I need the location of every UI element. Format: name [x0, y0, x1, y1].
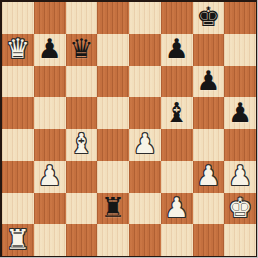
square-b4[interactable] [34, 129, 66, 161]
square-f5[interactable]: ♝ [161, 97, 193, 129]
square-e6[interactable] [129, 66, 161, 98]
square-d7[interactable] [97, 34, 129, 66]
white-pawn-piece[interactable]: ♟ [196, 162, 220, 189]
square-b2[interactable] [34, 193, 66, 225]
square-d3[interactable] [97, 161, 129, 193]
square-f3[interactable] [161, 161, 193, 193]
square-d5[interactable] [97, 97, 129, 129]
square-b6[interactable] [34, 66, 66, 98]
square-e5[interactable] [129, 97, 161, 129]
square-a5[interactable] [2, 97, 34, 129]
square-e7[interactable] [129, 34, 161, 66]
square-e4[interactable]: ♟ [129, 129, 161, 161]
square-a7[interactable]: ♛ [2, 34, 34, 66]
square-d1[interactable] [97, 224, 129, 256]
square-g4[interactable] [193, 129, 225, 161]
square-h5[interactable]: ♟ [224, 97, 256, 129]
white-bishop-piece[interactable]: ♝ [69, 130, 93, 157]
square-g7[interactable] [193, 34, 225, 66]
square-h8[interactable] [224, 2, 256, 34]
square-h1[interactable] [224, 224, 256, 256]
black-pawn-piece[interactable]: ♟ [165, 35, 189, 62]
chess-board: ♚♛♟♛♟♟♝♟♝♟♟♟♟♜♟♚♜ [2, 2, 256, 256]
square-f8[interactable] [161, 2, 193, 34]
square-g3[interactable]: ♟ [193, 161, 225, 193]
black-bishop-piece[interactable]: ♝ [165, 99, 189, 126]
square-h4[interactable] [224, 129, 256, 161]
square-f6[interactable] [161, 66, 193, 98]
square-g2[interactable] [193, 193, 225, 225]
square-f7[interactable]: ♟ [161, 34, 193, 66]
white-pawn-piece[interactable]: ♟ [133, 130, 157, 157]
square-a4[interactable] [2, 129, 34, 161]
square-f1[interactable] [161, 224, 193, 256]
square-f4[interactable] [161, 129, 193, 161]
black-king-piece[interactable]: ♚ [196, 3, 220, 30]
square-g5[interactable] [193, 97, 225, 129]
square-g8[interactable]: ♚ [193, 2, 225, 34]
square-c8[interactable] [66, 2, 98, 34]
square-d8[interactable] [97, 2, 129, 34]
white-rook-piece[interactable]: ♜ [6, 226, 30, 253]
white-king-piece[interactable]: ♚ [228, 194, 252, 221]
square-d4[interactable] [97, 129, 129, 161]
square-g6[interactable]: ♟ [193, 66, 225, 98]
square-a6[interactable] [2, 66, 34, 98]
square-c1[interactable] [66, 224, 98, 256]
square-e8[interactable] [129, 2, 161, 34]
square-e3[interactable] [129, 161, 161, 193]
chess-board-frame: ♚♛♟♛♟♟♝♟♝♟♟♟♟♜♟♚♜ [0, 0, 258, 258]
white-pawn-piece[interactable]: ♟ [228, 162, 252, 189]
square-h6[interactable] [224, 66, 256, 98]
white-queen-piece[interactable]: ♛ [6, 35, 30, 62]
square-f2[interactable]: ♟ [161, 193, 193, 225]
black-pawn-piece[interactable]: ♟ [38, 35, 62, 62]
square-c7[interactable]: ♛ [66, 34, 98, 66]
square-e2[interactable] [129, 193, 161, 225]
square-c3[interactable] [66, 161, 98, 193]
square-c5[interactable] [66, 97, 98, 129]
square-c2[interactable] [66, 193, 98, 225]
square-c6[interactable] [66, 66, 98, 98]
square-b5[interactable] [34, 97, 66, 129]
black-queen-piece[interactable]: ♛ [69, 35, 93, 62]
square-h7[interactable] [224, 34, 256, 66]
square-b1[interactable] [34, 224, 66, 256]
square-b7[interactable]: ♟ [34, 34, 66, 66]
square-d2[interactable]: ♜ [97, 193, 129, 225]
square-e1[interactable] [129, 224, 161, 256]
square-g1[interactable] [193, 224, 225, 256]
black-rook-piece[interactable]: ♜ [101, 194, 125, 221]
square-a3[interactable] [2, 161, 34, 193]
white-pawn-piece[interactable]: ♟ [38, 162, 62, 189]
black-pawn-piece[interactable]: ♟ [196, 67, 220, 94]
black-pawn-piece[interactable]: ♟ [228, 99, 252, 126]
white-pawn-piece[interactable]: ♟ [165, 194, 189, 221]
square-h3[interactable]: ♟ [224, 161, 256, 193]
square-b3[interactable]: ♟ [34, 161, 66, 193]
square-d6[interactable] [97, 66, 129, 98]
square-h2[interactable]: ♚ [224, 193, 256, 225]
square-a8[interactable] [2, 2, 34, 34]
square-a2[interactable] [2, 193, 34, 225]
square-b8[interactable] [34, 2, 66, 34]
square-a1[interactable]: ♜ [2, 224, 34, 256]
square-c4[interactable]: ♝ [66, 129, 98, 161]
